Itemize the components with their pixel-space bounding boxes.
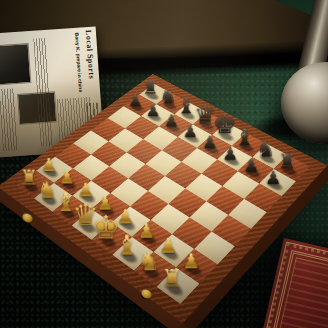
square-e5 bbox=[165, 162, 202, 189]
piece-black-rook: ♜ bbox=[142, 79, 159, 98]
piece-white-pawn: ♟ bbox=[182, 251, 200, 272]
piece-black-pawn: ♟ bbox=[146, 102, 161, 118]
piece-white-pawn: ♟ bbox=[59, 168, 75, 186]
square-e4 bbox=[148, 176, 185, 204]
piece-black-pawn: ♟ bbox=[183, 123, 198, 140]
piece-white-bishop: ♝ bbox=[115, 232, 139, 259]
piece-white-rook: ♜ bbox=[19, 168, 38, 189]
piece-white-pawn: ♟ bbox=[159, 236, 177, 256]
square-c3 bbox=[91, 166, 128, 193]
piece-black-pawn: ♟ bbox=[243, 157, 259, 175]
photo-chess-scene: Local Sports Barry K. prepare in china ♜… bbox=[0, 0, 328, 328]
piece-black-pawn: ♟ bbox=[164, 113, 179, 130]
piece-white-knight: ♞ bbox=[138, 250, 161, 275]
piece-black-knight: ♞ bbox=[159, 87, 177, 107]
piece-white-pawn: ♟ bbox=[77, 181, 94, 200]
piece-black-pawn: ♟ bbox=[222, 145, 238, 163]
newspaper-photo bbox=[0, 43, 31, 85]
piece-white-rook: ♜ bbox=[161, 267, 183, 292]
piece-black-pawn: ♟ bbox=[265, 169, 281, 187]
piece-white-pawn: ♟ bbox=[137, 221, 155, 241]
piece-black-pawn: ♟ bbox=[128, 93, 143, 109]
piece-white-pawn: ♟ bbox=[41, 156, 57, 174]
piece-black-pawn: ♟ bbox=[202, 134, 218, 151]
